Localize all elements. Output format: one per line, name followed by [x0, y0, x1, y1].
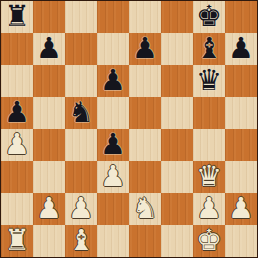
- square-f6[interactable]: [161, 65, 193, 97]
- square-f7[interactable]: [161, 33, 193, 65]
- square-g4[interactable]: [193, 129, 225, 161]
- piece-white-rook[interactable]: ♜: [4, 225, 30, 256]
- piece-black-pawn[interactable]: ♟: [100, 129, 126, 160]
- square-b1[interactable]: [33, 225, 65, 257]
- square-d8[interactable]: [97, 1, 129, 33]
- square-f5[interactable]: [161, 97, 193, 129]
- square-b3[interactable]: [33, 161, 65, 193]
- square-c2[interactable]: ♟: [65, 193, 97, 225]
- square-e6[interactable]: [129, 65, 161, 97]
- square-h8[interactable]: [225, 1, 257, 33]
- piece-white-bishop[interactable]: ♝: [68, 225, 94, 256]
- square-a2[interactable]: [1, 193, 33, 225]
- square-c3[interactable]: [65, 161, 97, 193]
- piece-black-bishop[interactable]: ♝: [196, 33, 222, 64]
- square-b7[interactable]: ♟: [33, 33, 65, 65]
- square-b8[interactable]: [33, 1, 65, 33]
- square-b5[interactable]: [33, 97, 65, 129]
- square-h2[interactable]: ♟: [225, 193, 257, 225]
- square-g8[interactable]: ♚: [193, 1, 225, 33]
- square-a7[interactable]: [1, 33, 33, 65]
- piece-black-king[interactable]: ♚: [196, 1, 222, 32]
- square-a4[interactable]: ♟: [1, 129, 33, 161]
- piece-white-pawn[interactable]: ♟: [100, 161, 126, 192]
- square-a3[interactable]: [1, 161, 33, 193]
- piece-black-rook[interactable]: ♜: [4, 1, 30, 32]
- square-f4[interactable]: [161, 129, 193, 161]
- piece-white-king[interactable]: ♚: [196, 225, 222, 256]
- square-c7[interactable]: [65, 33, 97, 65]
- piece-black-pawn[interactable]: ♟: [228, 33, 254, 64]
- square-c4[interactable]: [65, 129, 97, 161]
- piece-white-knight[interactable]: ♞: [132, 193, 158, 224]
- square-g5[interactable]: [193, 97, 225, 129]
- piece-white-queen[interactable]: ♛: [196, 161, 222, 192]
- square-d7[interactable]: [97, 33, 129, 65]
- square-e5[interactable]: [129, 97, 161, 129]
- square-h7[interactable]: ♟: [225, 33, 257, 65]
- square-c6[interactable]: [65, 65, 97, 97]
- square-e1[interactable]: [129, 225, 161, 257]
- square-d4[interactable]: ♟: [97, 129, 129, 161]
- square-e4[interactable]: [129, 129, 161, 161]
- piece-white-pawn[interactable]: ♟: [196, 193, 222, 224]
- square-h4[interactable]: [225, 129, 257, 161]
- piece-white-pawn[interactable]: ♟: [4, 129, 30, 160]
- piece-black-knight[interactable]: ♞: [68, 97, 94, 128]
- square-b4[interactable]: [33, 129, 65, 161]
- square-e7[interactable]: ♟: [129, 33, 161, 65]
- square-h3[interactable]: [225, 161, 257, 193]
- square-a8[interactable]: ♜: [1, 1, 33, 33]
- square-a1[interactable]: ♜: [1, 225, 33, 257]
- piece-black-queen[interactable]: ♛: [196, 65, 222, 96]
- chess-board: ♜♚♟♟♝♟♟♛♟♞♟♟♟♛♟♟♞♟♟♜♝♚: [1, 1, 257, 257]
- square-a5[interactable]: ♟: [1, 97, 33, 129]
- square-g2[interactable]: ♟: [193, 193, 225, 225]
- chess-board-frame: ♜♚♟♟♝♟♟♛♟♞♟♟♟♛♟♟♞♟♟♜♝♚: [0, 0, 258, 258]
- square-d5[interactable]: [97, 97, 129, 129]
- piece-black-pawn[interactable]: ♟: [36, 33, 62, 64]
- square-d6[interactable]: ♟: [97, 65, 129, 97]
- square-g7[interactable]: ♝: [193, 33, 225, 65]
- square-f8[interactable]: [161, 1, 193, 33]
- piece-black-pawn[interactable]: ♟: [132, 33, 158, 64]
- square-c1[interactable]: ♝: [65, 225, 97, 257]
- piece-white-pawn[interactable]: ♟: [68, 193, 94, 224]
- square-a6[interactable]: [1, 65, 33, 97]
- square-d3[interactable]: ♟: [97, 161, 129, 193]
- square-d2[interactable]: [97, 193, 129, 225]
- square-c5[interactable]: ♞: [65, 97, 97, 129]
- piece-white-pawn[interactable]: ♟: [228, 193, 254, 224]
- square-e3[interactable]: [129, 161, 161, 193]
- square-h6[interactable]: [225, 65, 257, 97]
- square-b2[interactable]: ♟: [33, 193, 65, 225]
- piece-black-pawn[interactable]: ♟: [4, 97, 30, 128]
- square-f1[interactable]: [161, 225, 193, 257]
- square-h5[interactable]: [225, 97, 257, 129]
- square-c8[interactable]: [65, 1, 97, 33]
- square-h1[interactable]: [225, 225, 257, 257]
- square-f3[interactable]: [161, 161, 193, 193]
- square-g3[interactable]: ♛: [193, 161, 225, 193]
- square-f2[interactable]: [161, 193, 193, 225]
- piece-black-pawn[interactable]: ♟: [100, 65, 126, 96]
- piece-white-pawn[interactable]: ♟: [36, 193, 62, 224]
- square-b6[interactable]: [33, 65, 65, 97]
- square-g1[interactable]: ♚: [193, 225, 225, 257]
- square-e2[interactable]: ♞: [129, 193, 161, 225]
- square-g6[interactable]: ♛: [193, 65, 225, 97]
- square-e8[interactable]: [129, 1, 161, 33]
- square-d1[interactable]: [97, 225, 129, 257]
